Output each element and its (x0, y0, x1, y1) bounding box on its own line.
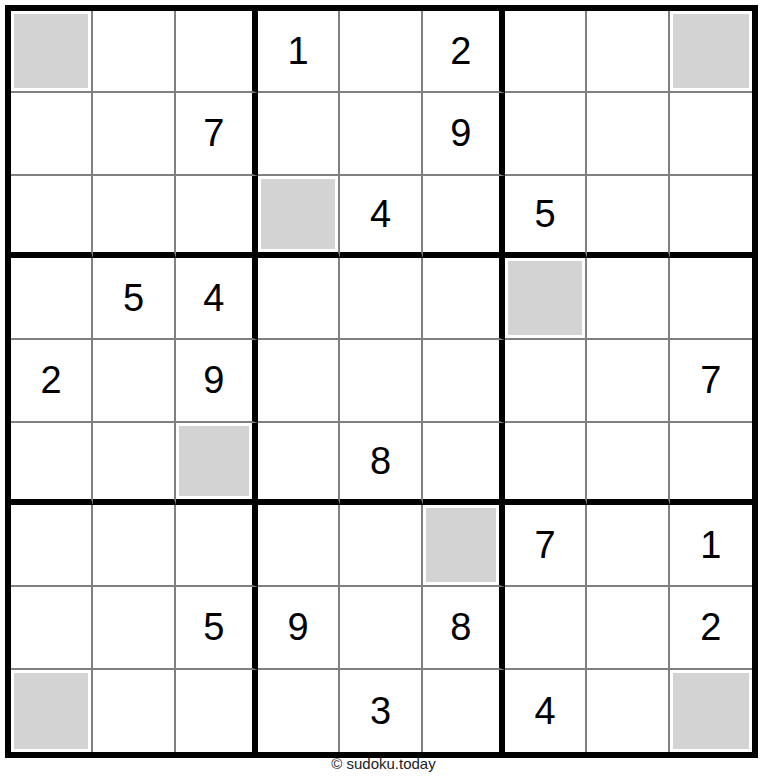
cell-r3c4[interactable] (258, 176, 340, 258)
cell-r8c3[interactable]: 5 (176, 587, 258, 669)
given-digit: 4 (370, 195, 391, 233)
cell-r9c7[interactable]: 4 (505, 670, 587, 752)
cell-r6c8[interactable] (587, 423, 669, 505)
given-digit: 2 (700, 608, 721, 646)
cell-r1c9[interactable] (670, 11, 752, 93)
cell-r5c6[interactable] (423, 340, 505, 422)
given-digit: 4 (203, 279, 224, 317)
given-digit: 2 (450, 32, 471, 70)
cell-r2c8[interactable] (587, 93, 669, 175)
cell-r6c9[interactable] (670, 423, 752, 505)
cell-r7c8[interactable] (587, 505, 669, 587)
cell-r4c9[interactable] (670, 258, 752, 340)
cell-r8c6[interactable]: 8 (423, 587, 505, 669)
given-digit: 9 (450, 114, 471, 152)
cell-r2c4[interactable] (258, 93, 340, 175)
given-digit: 4 (535, 692, 556, 730)
cell-r1c1[interactable] (11, 11, 93, 93)
cell-r5c7[interactable] (505, 340, 587, 422)
cell-r1c2[interactable] (93, 11, 175, 93)
cell-r7c9[interactable]: 1 (670, 505, 752, 587)
cell-r4c5[interactable] (340, 258, 422, 340)
cell-r5c5[interactable] (340, 340, 422, 422)
given-digit: 5 (203, 608, 224, 646)
credit-text: © sudoku.today (0, 755, 767, 772)
cell-r6c3[interactable] (176, 423, 258, 505)
cell-r4c6[interactable] (423, 258, 505, 340)
cell-r7c7[interactable]: 7 (505, 505, 587, 587)
cell-r7c5[interactable] (340, 505, 422, 587)
sudoku-page: 12794554297871598234 © sudoku.today (0, 0, 767, 777)
cell-r1c7[interactable] (505, 11, 587, 93)
shaded-cell (261, 179, 335, 249)
cell-r2c7[interactable] (505, 93, 587, 175)
sudoku-board: 12794554297871598234 (5, 5, 758, 758)
cell-r1c3[interactable] (176, 11, 258, 93)
shaded-cell (673, 14, 749, 88)
cell-r7c4[interactable] (258, 505, 340, 587)
cell-r4c4[interactable] (258, 258, 340, 340)
cell-r9c9[interactable] (670, 670, 752, 752)
given-digit: 7 (700, 361, 721, 399)
cell-r3c2[interactable] (93, 176, 175, 258)
cell-r3c1[interactable] (11, 176, 93, 258)
cell-r9c6[interactable] (423, 670, 505, 752)
cell-r1c8[interactable] (587, 11, 669, 93)
shaded-cell (426, 508, 496, 582)
cell-r7c1[interactable] (11, 505, 93, 587)
cell-r9c1[interactable] (11, 670, 93, 752)
shaded-cell (14, 673, 88, 749)
cell-r1c4[interactable]: 1 (258, 11, 340, 93)
cell-r2c9[interactable] (670, 93, 752, 175)
cell-r3c6[interactable] (423, 176, 505, 258)
cell-r1c5[interactable] (340, 11, 422, 93)
cell-r5c4[interactable] (258, 340, 340, 422)
cell-r9c3[interactable] (176, 670, 258, 752)
cell-r4c7[interactable] (505, 258, 587, 340)
cell-r8c2[interactable] (93, 587, 175, 669)
cell-r8c9[interactable]: 2 (670, 587, 752, 669)
cell-r7c3[interactable] (176, 505, 258, 587)
cell-r5c9[interactable]: 7 (670, 340, 752, 422)
cell-r4c2[interactable]: 5 (93, 258, 175, 340)
cell-r7c2[interactable] (93, 505, 175, 587)
cell-r2c6[interactable]: 9 (423, 93, 505, 175)
cell-r6c6[interactable] (423, 423, 505, 505)
given-digit: 8 (450, 608, 471, 646)
cell-r9c5[interactable]: 3 (340, 670, 422, 752)
given-digit: 7 (203, 114, 224, 152)
given-digit: 1 (700, 526, 721, 564)
shaded-cell (673, 673, 749, 749)
shaded-cell (14, 14, 88, 88)
cell-r8c8[interactable] (587, 587, 669, 669)
cell-r7c6[interactable] (423, 505, 505, 587)
cell-r3c8[interactable] (587, 176, 669, 258)
cell-r2c2[interactable] (93, 93, 175, 175)
given-digit: 1 (288, 32, 309, 70)
cell-r3c9[interactable] (670, 176, 752, 258)
cell-r4c8[interactable] (587, 258, 669, 340)
cell-r6c1[interactable] (11, 423, 93, 505)
cell-r6c7[interactable] (505, 423, 587, 505)
cell-r6c2[interactable] (93, 423, 175, 505)
cell-r4c3[interactable]: 4 (176, 258, 258, 340)
cell-r9c8[interactable] (587, 670, 669, 752)
given-digit: 9 (203, 361, 224, 399)
given-digit: 8 (370, 442, 391, 480)
given-digit: 5 (123, 279, 144, 317)
cell-r9c4[interactable] (258, 670, 340, 752)
given-digit: 3 (370, 692, 391, 730)
cell-r6c5[interactable]: 8 (340, 423, 422, 505)
given-digit: 2 (41, 361, 62, 399)
given-digit: 5 (535, 195, 556, 233)
cell-r9c2[interactable] (93, 670, 175, 752)
cell-r2c5[interactable] (340, 93, 422, 175)
cell-r8c7[interactable] (505, 587, 587, 669)
cell-r2c3[interactable]: 7 (176, 93, 258, 175)
cell-r5c3[interactable]: 9 (176, 340, 258, 422)
cell-r3c7[interactable]: 5 (505, 176, 587, 258)
shaded-cell (508, 261, 582, 335)
cell-r5c1[interactable]: 2 (11, 340, 93, 422)
cell-r3c5[interactable]: 4 (340, 176, 422, 258)
cell-r2c1[interactable] (11, 93, 93, 175)
cell-r1c6[interactable]: 2 (423, 11, 505, 93)
given-digit: 9 (288, 608, 309, 646)
cell-r3c3[interactable] (176, 176, 258, 258)
given-digit: 7 (535, 526, 556, 564)
cell-r8c1[interactable] (11, 587, 93, 669)
cell-r8c5[interactable] (340, 587, 422, 669)
cell-r5c2[interactable] (93, 340, 175, 422)
cell-r4c1[interactable] (11, 258, 93, 340)
cell-r6c4[interactable] (258, 423, 340, 505)
shaded-cell (179, 426, 249, 496)
cell-r5c8[interactable] (587, 340, 669, 422)
cell-r8c4[interactable]: 9 (258, 587, 340, 669)
